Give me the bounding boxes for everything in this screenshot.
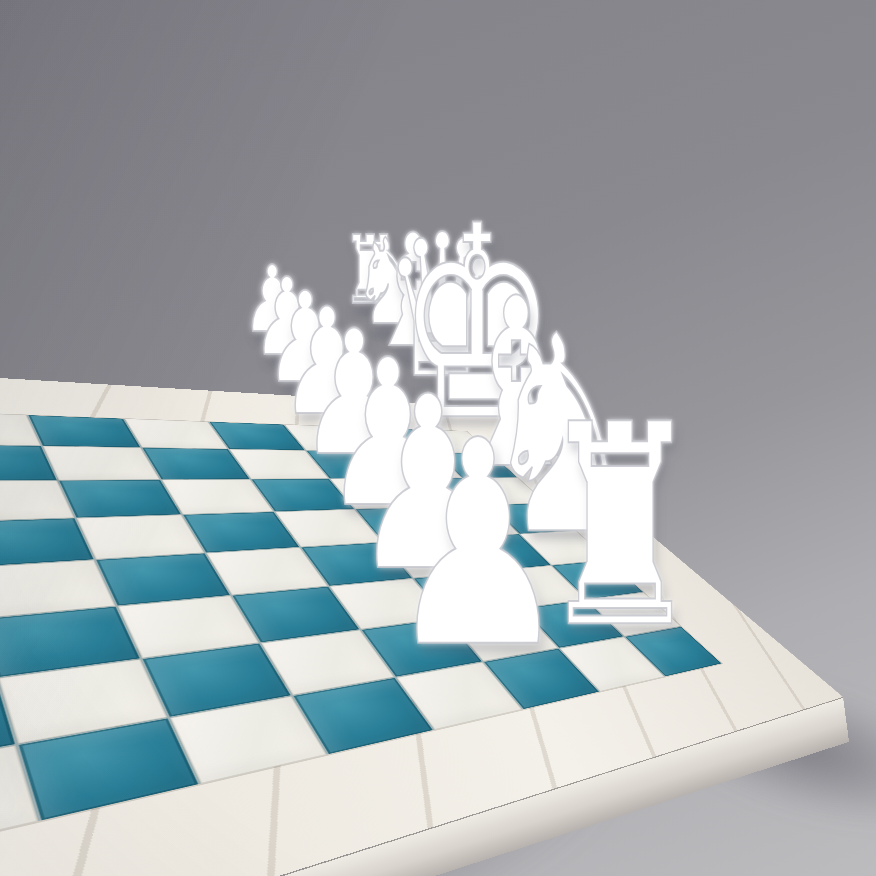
square-d6 bbox=[76, 515, 204, 559]
chess-set-photo-scene: ♜♞♝♛♚♝♞♜♟♟♟♟♟♟♟♟ bbox=[0, 0, 876, 876]
white-pawn: ♟ bbox=[387, 404, 570, 687]
square-a6 bbox=[28, 415, 140, 447]
square-b6 bbox=[43, 446, 160, 479]
square-c6 bbox=[59, 480, 181, 518]
